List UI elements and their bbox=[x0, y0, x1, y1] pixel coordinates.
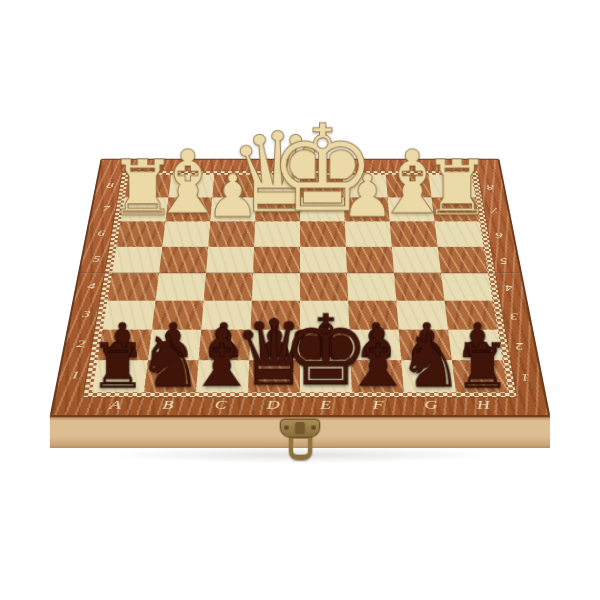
square-e1: ♚ bbox=[300, 360, 352, 392]
square-e6 bbox=[300, 222, 346, 247]
square-b8 bbox=[168, 175, 214, 198]
square-f7: ♟ bbox=[344, 198, 390, 222]
square-d1: ♛ bbox=[248, 360, 300, 392]
file-label-B: B bbox=[141, 399, 195, 414]
square-h8 bbox=[429, 175, 476, 198]
square-g4 bbox=[394, 273, 444, 301]
file-label-F: F bbox=[352, 399, 406, 414]
square-d5 bbox=[253, 247, 300, 273]
square-b4 bbox=[156, 273, 206, 301]
square-a6 bbox=[116, 222, 165, 247]
square-h3 bbox=[444, 301, 497, 330]
rank-label-right-1: 1 bbox=[513, 370, 537, 384]
square-a8 bbox=[125, 175, 172, 198]
square-b7: ♝ bbox=[165, 198, 212, 222]
square-d3 bbox=[251, 301, 300, 330]
rank-label-left-1: 1 bbox=[63, 370, 87, 384]
rank-label-left-5: 5 bbox=[85, 254, 107, 265]
square-h5 bbox=[438, 247, 488, 273]
chess-board: ♜♝♟♛♚♟♝♜♟♟♟♟♟♟♟♟♜♞♝♛♚♝♞♜ ABCDEFGH1122334… bbox=[52, 160, 548, 416]
rank-label-right-2: 2 bbox=[507, 339, 531, 352]
square-h7: ♜ bbox=[432, 198, 480, 222]
rank-label-left-3: 3 bbox=[75, 309, 98, 321]
clasp-plate bbox=[280, 419, 321, 438]
square-e4 bbox=[300, 273, 348, 301]
square-c8 bbox=[212, 175, 257, 198]
file-label-D: D bbox=[247, 399, 300, 414]
square-d8 bbox=[256, 175, 300, 198]
square-a4 bbox=[107, 273, 159, 301]
square-d7: ♛ bbox=[255, 198, 300, 222]
square-f1: ♝ bbox=[351, 360, 404, 392]
square-e2: ♟ bbox=[300, 330, 351, 361]
ground-shadow bbox=[105, 447, 495, 463]
square-c7: ♟ bbox=[210, 198, 256, 222]
file-label-H: H bbox=[457, 399, 512, 414]
square-c5 bbox=[206, 247, 254, 273]
square-h6 bbox=[435, 222, 484, 247]
product-photo-scene: ♜♝♟♛♚♟♝♜♟♟♟♟♟♟♟♟♜♞♝♛♚♝♞♜ ABCDEFGH1122334… bbox=[0, 0, 600, 600]
square-d4 bbox=[252, 273, 300, 301]
rank-label-left-6: 6 bbox=[90, 229, 111, 240]
rank-label-right-4: 4 bbox=[497, 281, 519, 293]
square-e7: ♚ bbox=[300, 198, 345, 222]
square-b5 bbox=[159, 247, 208, 273]
clasp-tab bbox=[295, 422, 305, 434]
square-f2: ♟ bbox=[349, 330, 401, 361]
square-b6 bbox=[162, 222, 210, 247]
square-e8 bbox=[300, 175, 344, 198]
rank-label-right-5: 5 bbox=[493, 254, 515, 265]
square-c1: ♝ bbox=[196, 360, 249, 392]
square-g5 bbox=[392, 247, 441, 273]
square-b2: ♟ bbox=[148, 330, 201, 361]
square-g6 bbox=[390, 222, 438, 247]
square-a7: ♜ bbox=[121, 198, 169, 222]
rank-label-right-3: 3 bbox=[502, 309, 525, 321]
square-d6 bbox=[254, 222, 300, 247]
file-label-E: E bbox=[300, 399, 353, 414]
square-g1: ♞ bbox=[401, 360, 456, 392]
file-label-C: C bbox=[194, 399, 248, 414]
square-g7: ♝ bbox=[388, 198, 435, 222]
file-label-G: G bbox=[405, 399, 459, 414]
rank-label-right-8: 8 bbox=[480, 181, 500, 191]
square-d2: ♟ bbox=[249, 330, 300, 361]
square-f6 bbox=[345, 222, 392, 247]
square-f3 bbox=[348, 301, 399, 330]
square-c2: ♟ bbox=[199, 330, 251, 361]
board-grid: ♜♝♟♛♚♟♝♜♟♟♟♟♟♟♟♟♜♞♝♛♚♝♞♜ bbox=[92, 175, 508, 393]
square-e3 bbox=[300, 301, 349, 330]
rank-label-right-7: 7 bbox=[484, 205, 505, 215]
square-c4 bbox=[204, 273, 253, 301]
square-a2: ♟ bbox=[97, 330, 151, 361]
rank-label-left-8: 8 bbox=[100, 181, 120, 191]
rank-label-left-7: 7 bbox=[95, 205, 116, 215]
rank-label-right-6: 6 bbox=[488, 229, 509, 240]
square-a1: ♜ bbox=[92, 360, 148, 392]
square-c3 bbox=[201, 301, 252, 330]
box-front-side bbox=[50, 415, 550, 448]
square-f5 bbox=[346, 247, 394, 273]
square-f4 bbox=[347, 273, 396, 301]
square-h1: ♜ bbox=[452, 360, 508, 392]
square-b1: ♞ bbox=[144, 360, 199, 392]
square-e5 bbox=[300, 247, 347, 273]
rank-label-left-4: 4 bbox=[80, 281, 102, 293]
square-h2: ♟ bbox=[448, 330, 502, 361]
square-c6 bbox=[208, 222, 255, 247]
file-label-A: A bbox=[88, 399, 143, 414]
square-g2: ♟ bbox=[399, 330, 452, 361]
square-a3 bbox=[102, 301, 155, 330]
square-h4 bbox=[441, 273, 493, 301]
square-b3 bbox=[152, 301, 204, 330]
rank-label-left-2: 2 bbox=[69, 339, 93, 352]
square-a5 bbox=[112, 247, 162, 273]
square-g3 bbox=[396, 301, 448, 330]
square-g8 bbox=[386, 175, 432, 198]
square-f8 bbox=[343, 175, 388, 198]
